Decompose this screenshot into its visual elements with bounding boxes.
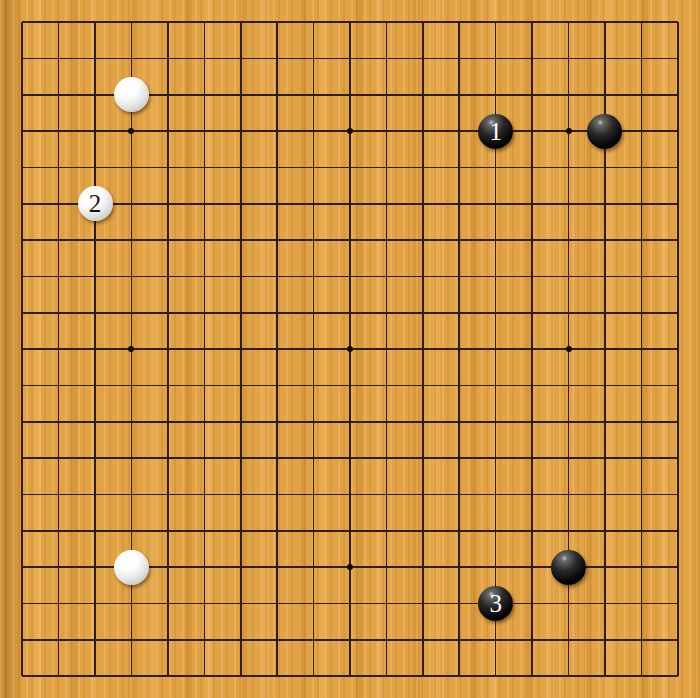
intersection[interactable] xyxy=(4,404,40,440)
intersection[interactable] xyxy=(550,77,586,113)
intersection[interactable] xyxy=(223,622,259,658)
intersection[interactable] xyxy=(514,404,550,440)
intersection[interactable] xyxy=(405,149,441,185)
intersection[interactable] xyxy=(259,331,295,367)
intersection[interactable] xyxy=(368,113,404,149)
intersection[interactable] xyxy=(40,404,76,440)
intersection[interactable] xyxy=(259,658,295,694)
intersection[interactable] xyxy=(259,622,295,658)
intersection[interactable] xyxy=(441,585,477,621)
intersection[interactable] xyxy=(40,4,76,40)
intersection[interactable] xyxy=(295,513,331,549)
intersection[interactable] xyxy=(113,77,149,113)
intersection[interactable] xyxy=(405,622,441,658)
intersection[interactable] xyxy=(623,549,659,585)
intersection[interactable] xyxy=(186,40,222,76)
intersection[interactable] xyxy=(514,585,550,621)
intersection[interactable] xyxy=(514,476,550,512)
intersection[interactable] xyxy=(332,40,368,76)
intersection[interactable] xyxy=(623,258,659,294)
intersection[interactable] xyxy=(405,77,441,113)
intersection[interactable] xyxy=(186,4,222,40)
intersection[interactable] xyxy=(113,585,149,621)
intersection[interactable] xyxy=(405,585,441,621)
intersection[interactable] xyxy=(550,222,586,258)
intersection[interactable] xyxy=(514,113,550,149)
intersection[interactable] xyxy=(77,513,113,549)
intersection[interactable] xyxy=(332,513,368,549)
intersection[interactable] xyxy=(77,113,113,149)
intersection[interactable] xyxy=(368,331,404,367)
intersection[interactable] xyxy=(332,476,368,512)
intersection[interactable] xyxy=(77,295,113,331)
intersection[interactable] xyxy=(40,40,76,76)
intersection[interactable] xyxy=(4,622,40,658)
intersection[interactable] xyxy=(332,367,368,403)
intersection[interactable] xyxy=(186,622,222,658)
intersection[interactable] xyxy=(550,622,586,658)
intersection[interactable] xyxy=(259,440,295,476)
intersection[interactable] xyxy=(623,295,659,331)
intersection[interactable] xyxy=(514,549,550,585)
intersection[interactable] xyxy=(514,513,550,549)
intersection[interactable] xyxy=(514,440,550,476)
intersection[interactable] xyxy=(405,295,441,331)
intersection[interactable] xyxy=(77,440,113,476)
intersection[interactable] xyxy=(550,367,586,403)
intersection[interactable] xyxy=(259,113,295,149)
intersection[interactable] xyxy=(587,186,623,222)
intersection[interactable] xyxy=(405,476,441,512)
intersection[interactable] xyxy=(550,149,586,185)
intersection[interactable] xyxy=(441,367,477,403)
intersection[interactable] xyxy=(550,258,586,294)
intersection[interactable] xyxy=(550,476,586,512)
intersection[interactable] xyxy=(405,404,441,440)
intersection[interactable] xyxy=(660,476,696,512)
intersection[interactable] xyxy=(40,549,76,585)
intersection[interactable] xyxy=(441,622,477,658)
intersection[interactable] xyxy=(77,331,113,367)
intersection[interactable] xyxy=(186,258,222,294)
intersection[interactable] xyxy=(405,658,441,694)
intersection[interactable] xyxy=(40,331,76,367)
intersection[interactable] xyxy=(368,404,404,440)
intersection[interactable] xyxy=(150,549,186,585)
intersection[interactable] xyxy=(150,222,186,258)
intersection[interactable] xyxy=(660,40,696,76)
intersection[interactable] xyxy=(405,222,441,258)
intersection[interactable] xyxy=(113,113,149,149)
intersection[interactable] xyxy=(259,513,295,549)
intersection[interactable] xyxy=(295,404,331,440)
intersection[interactable] xyxy=(368,295,404,331)
intersection[interactable] xyxy=(186,367,222,403)
intersection[interactable] xyxy=(477,622,513,658)
intersection[interactable] xyxy=(550,295,586,331)
intersection[interactable] xyxy=(514,4,550,40)
intersection[interactable] xyxy=(514,258,550,294)
intersection[interactable] xyxy=(113,513,149,549)
intersection[interactable] xyxy=(623,77,659,113)
intersection[interactable] xyxy=(550,404,586,440)
intersection[interactable] xyxy=(550,113,586,149)
intersection[interactable] xyxy=(441,222,477,258)
intersection[interactable] xyxy=(405,4,441,40)
intersection[interactable] xyxy=(660,113,696,149)
intersection[interactable] xyxy=(4,585,40,621)
intersection[interactable] xyxy=(77,585,113,621)
intersection[interactable] xyxy=(368,440,404,476)
intersection[interactable] xyxy=(150,585,186,621)
intersection[interactable] xyxy=(660,622,696,658)
intersection[interactable] xyxy=(332,113,368,149)
intersection[interactable] xyxy=(477,186,513,222)
intersection[interactable] xyxy=(150,404,186,440)
intersection[interactable] xyxy=(660,585,696,621)
intersection[interactable] xyxy=(477,440,513,476)
intersection[interactable] xyxy=(550,658,586,694)
intersection[interactable] xyxy=(223,513,259,549)
intersection[interactable] xyxy=(4,440,40,476)
intersection[interactable] xyxy=(40,476,76,512)
intersection[interactable] xyxy=(77,658,113,694)
intersection[interactable] xyxy=(223,331,259,367)
intersection[interactable] xyxy=(587,222,623,258)
intersection[interactable]: 2 xyxy=(77,186,113,222)
intersection[interactable] xyxy=(223,4,259,40)
intersection[interactable] xyxy=(295,258,331,294)
intersection[interactable] xyxy=(40,258,76,294)
intersection[interactable] xyxy=(405,113,441,149)
intersection[interactable] xyxy=(150,367,186,403)
intersection[interactable] xyxy=(77,404,113,440)
intersection[interactable] xyxy=(477,367,513,403)
intersection[interactable] xyxy=(587,40,623,76)
intersection[interactable] xyxy=(477,258,513,294)
intersection[interactable] xyxy=(40,585,76,621)
intersection[interactable] xyxy=(332,440,368,476)
intersection[interactable] xyxy=(40,77,76,113)
intersection[interactable] xyxy=(332,622,368,658)
intersection[interactable] xyxy=(259,476,295,512)
intersection[interactable] xyxy=(295,549,331,585)
intersection[interactable] xyxy=(4,295,40,331)
intersection[interactable] xyxy=(113,658,149,694)
intersection[interactable] xyxy=(441,113,477,149)
intersection[interactable] xyxy=(623,404,659,440)
intersection[interactable] xyxy=(368,513,404,549)
intersection[interactable] xyxy=(150,658,186,694)
intersection[interactable] xyxy=(550,186,586,222)
intersection[interactable] xyxy=(150,113,186,149)
intersection[interactable] xyxy=(660,295,696,331)
intersection[interactable] xyxy=(660,513,696,549)
intersection[interactable] xyxy=(514,77,550,113)
intersection[interactable]: 3 xyxy=(477,585,513,621)
intersection[interactable] xyxy=(186,222,222,258)
intersection[interactable] xyxy=(113,622,149,658)
intersection[interactable] xyxy=(4,4,40,40)
intersection[interactable] xyxy=(150,4,186,40)
intersection[interactable] xyxy=(223,295,259,331)
intersection[interactable] xyxy=(77,549,113,585)
intersection[interactable] xyxy=(223,113,259,149)
intersection[interactable] xyxy=(223,77,259,113)
intersection[interactable] xyxy=(368,476,404,512)
intersection[interactable] xyxy=(405,513,441,549)
intersection[interactable] xyxy=(186,186,222,222)
intersection[interactable] xyxy=(4,258,40,294)
intersection[interactable] xyxy=(441,149,477,185)
intersection[interactable] xyxy=(405,549,441,585)
intersection[interactable] xyxy=(332,295,368,331)
intersection[interactable] xyxy=(623,440,659,476)
intersection[interactable] xyxy=(4,549,40,585)
intersection[interactable] xyxy=(441,440,477,476)
intersection[interactable] xyxy=(150,440,186,476)
intersection[interactable] xyxy=(113,258,149,294)
intersection[interactable] xyxy=(186,331,222,367)
intersection[interactable] xyxy=(477,404,513,440)
intersection[interactable] xyxy=(368,585,404,621)
intersection[interactable] xyxy=(295,40,331,76)
intersection[interactable] xyxy=(40,149,76,185)
intersection[interactable] xyxy=(587,440,623,476)
intersection[interactable] xyxy=(186,585,222,621)
intersection[interactable] xyxy=(623,622,659,658)
intersection[interactable] xyxy=(113,40,149,76)
intersection[interactable] xyxy=(623,585,659,621)
intersection[interactable] xyxy=(4,186,40,222)
intersection[interactable] xyxy=(660,149,696,185)
intersection[interactable] xyxy=(405,440,441,476)
intersection[interactable] xyxy=(660,186,696,222)
intersection[interactable] xyxy=(332,585,368,621)
intersection[interactable] xyxy=(623,513,659,549)
intersection[interactable] xyxy=(441,4,477,40)
intersection[interactable] xyxy=(295,186,331,222)
intersection[interactable] xyxy=(550,40,586,76)
intersection[interactable] xyxy=(332,549,368,585)
intersection[interactable] xyxy=(332,404,368,440)
intersection[interactable] xyxy=(223,476,259,512)
intersection[interactable] xyxy=(223,40,259,76)
intersection[interactable] xyxy=(587,77,623,113)
intersection[interactable] xyxy=(550,549,586,585)
intersection[interactable] xyxy=(186,440,222,476)
intersection[interactable] xyxy=(77,258,113,294)
intersection[interactable] xyxy=(40,222,76,258)
intersection[interactable] xyxy=(587,367,623,403)
intersection[interactable] xyxy=(405,186,441,222)
intersection[interactable] xyxy=(77,367,113,403)
intersection[interactable] xyxy=(223,658,259,694)
intersection[interactable] xyxy=(660,222,696,258)
intersection[interactable] xyxy=(441,295,477,331)
intersection[interactable] xyxy=(186,658,222,694)
intersection[interactable] xyxy=(368,186,404,222)
intersection[interactable] xyxy=(150,149,186,185)
intersection[interactable] xyxy=(477,513,513,549)
intersection[interactable] xyxy=(186,295,222,331)
intersection[interactable] xyxy=(295,77,331,113)
intersection[interactable] xyxy=(368,77,404,113)
intersection[interactable] xyxy=(77,77,113,113)
intersection[interactable] xyxy=(40,367,76,403)
intersection[interactable] xyxy=(113,149,149,185)
intersection[interactable] xyxy=(623,186,659,222)
intersection[interactable] xyxy=(587,404,623,440)
intersection[interactable] xyxy=(4,113,40,149)
intersection[interactable] xyxy=(623,222,659,258)
intersection[interactable] xyxy=(40,658,76,694)
intersection[interactable] xyxy=(587,295,623,331)
intersection[interactable] xyxy=(150,331,186,367)
intersection[interactable] xyxy=(113,440,149,476)
intersection[interactable] xyxy=(332,186,368,222)
intersection[interactable] xyxy=(113,476,149,512)
intersection[interactable] xyxy=(295,149,331,185)
intersection[interactable] xyxy=(259,258,295,294)
intersection[interactable] xyxy=(332,258,368,294)
intersection[interactable] xyxy=(150,77,186,113)
intersection[interactable] xyxy=(113,4,149,40)
intersection[interactable] xyxy=(259,222,295,258)
intersection[interactable] xyxy=(295,585,331,621)
intersection[interactable] xyxy=(441,404,477,440)
intersection[interactable] xyxy=(295,331,331,367)
intersection[interactable] xyxy=(368,367,404,403)
intersection[interactable] xyxy=(113,549,149,585)
intersection[interactable] xyxy=(441,77,477,113)
intersection[interactable] xyxy=(223,585,259,621)
intersection[interactable] xyxy=(259,549,295,585)
intersection[interactable] xyxy=(368,4,404,40)
intersection[interactable] xyxy=(514,149,550,185)
intersection[interactable] xyxy=(150,476,186,512)
intersection[interactable] xyxy=(40,295,76,331)
intersection[interactable] xyxy=(150,622,186,658)
intersection[interactable] xyxy=(660,4,696,40)
intersection[interactable] xyxy=(405,331,441,367)
intersection[interactable] xyxy=(40,622,76,658)
intersection[interactable] xyxy=(550,4,586,40)
intersection[interactable] xyxy=(113,222,149,258)
intersection[interactable] xyxy=(113,404,149,440)
intersection[interactable] xyxy=(4,476,40,512)
intersection[interactable] xyxy=(477,295,513,331)
intersection[interactable] xyxy=(514,295,550,331)
intersection[interactable] xyxy=(295,476,331,512)
intersection[interactable] xyxy=(441,331,477,367)
intersection[interactable] xyxy=(150,258,186,294)
intersection[interactable] xyxy=(477,549,513,585)
intersection[interactable] xyxy=(4,77,40,113)
intersection[interactable] xyxy=(150,40,186,76)
intersection[interactable] xyxy=(660,367,696,403)
intersection[interactable] xyxy=(405,367,441,403)
intersection[interactable] xyxy=(295,367,331,403)
intersection[interactable] xyxy=(550,585,586,621)
intersection[interactable] xyxy=(77,4,113,40)
intersection[interactable] xyxy=(587,622,623,658)
intersection[interactable] xyxy=(405,40,441,76)
intersection[interactable] xyxy=(259,4,295,40)
intersection[interactable] xyxy=(223,222,259,258)
intersection[interactable] xyxy=(259,404,295,440)
intersection[interactable] xyxy=(295,622,331,658)
intersection[interactable] xyxy=(40,186,76,222)
intersection[interactable] xyxy=(587,331,623,367)
intersection[interactable] xyxy=(514,222,550,258)
intersection[interactable] xyxy=(4,658,40,694)
intersection[interactable] xyxy=(623,113,659,149)
intersection[interactable] xyxy=(441,40,477,76)
intersection[interactable] xyxy=(477,476,513,512)
intersection[interactable] xyxy=(332,4,368,40)
intersection[interactable] xyxy=(514,622,550,658)
intersection[interactable] xyxy=(223,258,259,294)
intersection[interactable] xyxy=(259,77,295,113)
intersection[interactable] xyxy=(332,149,368,185)
intersection[interactable] xyxy=(660,77,696,113)
intersection[interactable] xyxy=(113,186,149,222)
intersection[interactable] xyxy=(623,149,659,185)
intersection[interactable] xyxy=(623,331,659,367)
intersection[interactable] xyxy=(550,440,586,476)
intersection[interactable] xyxy=(295,113,331,149)
intersection[interactable] xyxy=(441,476,477,512)
intersection[interactable] xyxy=(295,4,331,40)
intersection[interactable] xyxy=(259,295,295,331)
intersection[interactable] xyxy=(332,658,368,694)
intersection[interactable] xyxy=(77,222,113,258)
intersection[interactable] xyxy=(623,40,659,76)
intersection[interactable] xyxy=(514,186,550,222)
intersection[interactable] xyxy=(223,149,259,185)
intersection[interactable] xyxy=(223,186,259,222)
intersection[interactable] xyxy=(441,513,477,549)
intersection[interactable] xyxy=(186,476,222,512)
intersection[interactable] xyxy=(660,440,696,476)
intersection[interactable] xyxy=(623,4,659,40)
intersection[interactable] xyxy=(660,549,696,585)
intersection[interactable] xyxy=(477,77,513,113)
intersection[interactable] xyxy=(295,440,331,476)
intersection[interactable] xyxy=(368,149,404,185)
intersection[interactable] xyxy=(368,622,404,658)
intersection[interactable] xyxy=(186,149,222,185)
intersection[interactable] xyxy=(441,258,477,294)
intersection[interactable] xyxy=(514,40,550,76)
intersection[interactable] xyxy=(623,367,659,403)
intersection[interactable] xyxy=(113,367,149,403)
intersection[interactable] xyxy=(660,658,696,694)
intersection[interactable] xyxy=(368,658,404,694)
intersection[interactable] xyxy=(587,4,623,40)
intersection[interactable] xyxy=(77,622,113,658)
intersection[interactable] xyxy=(40,113,76,149)
intersection[interactable] xyxy=(477,149,513,185)
intersection[interactable]: 1 xyxy=(477,113,513,149)
intersection[interactable] xyxy=(660,404,696,440)
intersection[interactable] xyxy=(587,476,623,512)
intersection[interactable] xyxy=(259,367,295,403)
intersection[interactable] xyxy=(259,149,295,185)
intersection[interactable] xyxy=(77,476,113,512)
intersection[interactable] xyxy=(587,113,623,149)
